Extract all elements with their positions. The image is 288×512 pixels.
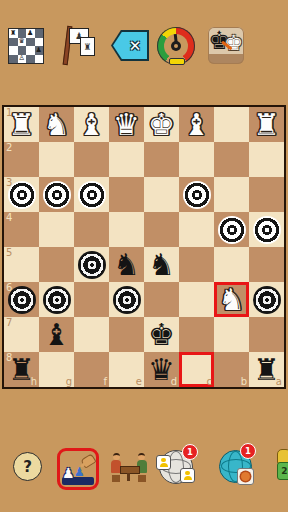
square-b6[interactable]: ♞ xyxy=(214,282,249,317)
square-b5[interactable] xyxy=(214,247,249,282)
mascot-icon xyxy=(241,472,250,481)
square-c8[interactable]: c xyxy=(179,352,214,387)
stool xyxy=(112,475,120,482)
mini-board-cell: ♟ xyxy=(35,46,44,55)
square-e6[interactable] xyxy=(109,282,144,317)
hand-icon xyxy=(80,453,96,468)
mini-board-cell: ♟ xyxy=(26,29,35,38)
square-h6[interactable]: 6 xyxy=(4,282,39,317)
square-d7[interactable]: ♚ xyxy=(144,317,179,352)
black-ma-knight-e5[interactable]: ♞ xyxy=(109,247,144,282)
square-a1[interactable]: ♜ xyxy=(249,107,284,142)
player-head-icon xyxy=(138,453,145,460)
square-c2[interactable] xyxy=(179,142,214,177)
square-c7[interactable] xyxy=(179,317,214,352)
square-e8[interactable]: e xyxy=(109,352,144,387)
makruk-board: 1♜♞♝♛♚♝♜2345♞♞6♞7♝♚8h♜gfed♛cba♜ xyxy=(4,107,284,387)
file-label-e: e xyxy=(136,376,142,387)
square-g7[interactable]: ♝ xyxy=(39,317,74,352)
square-h1[interactable]: 1♜ xyxy=(4,107,39,142)
flag-piece-sketch: ♜ xyxy=(83,42,91,52)
rank-label-2: 2 xyxy=(6,142,12,153)
player-head-icon xyxy=(113,453,120,460)
white-khon-bishop-f1[interactable]: ♝ xyxy=(74,107,109,142)
white-bia-pawn-h3[interactable] xyxy=(8,181,36,209)
notification-badge: 1 xyxy=(182,444,198,460)
square-h8[interactable]: 8h♜ xyxy=(4,352,39,387)
notification-badge: 1 xyxy=(240,443,256,459)
square-h4[interactable]: 4 xyxy=(4,212,39,247)
mini-board-cell xyxy=(9,55,18,64)
mini-board-cell xyxy=(35,38,44,47)
white-ma-knight-b6[interactable]: ♞ xyxy=(214,282,249,317)
square-d4[interactable] xyxy=(144,212,179,247)
square-b3[interactable] xyxy=(214,177,249,212)
mini-board-cell xyxy=(9,38,18,47)
square-h7[interactable]: 7 xyxy=(4,317,39,352)
more-modes-button-partial[interactable]: 2 xyxy=(277,449,288,485)
square-g5[interactable] xyxy=(39,247,74,282)
square-g3[interactable] xyxy=(39,177,74,212)
file-label-f: f xyxy=(103,376,107,387)
resign-button[interactable]: ♟ ♜ xyxy=(58,25,96,65)
square-f2[interactable] xyxy=(74,142,109,177)
white-bia-pawn-b4[interactable] xyxy=(218,216,246,244)
mini-board-cell xyxy=(18,29,27,38)
square-e3[interactable] xyxy=(109,177,144,212)
vs-computer-button-selected[interactable]: ♟ ♟ xyxy=(57,448,99,490)
square-e7[interactable] xyxy=(109,317,144,352)
white-ma-knight-g1[interactable]: ♞ xyxy=(39,107,74,142)
square-d3[interactable] xyxy=(144,177,179,212)
white-bia-pawn-f3[interactable] xyxy=(78,181,106,209)
black-bia-pawn-e6[interactable] xyxy=(113,286,141,314)
square-a4[interactable] xyxy=(249,212,284,247)
square-c3[interactable] xyxy=(179,177,214,212)
square-g6[interactable] xyxy=(39,282,74,317)
gauge-base xyxy=(169,58,185,65)
rank-label-7: 7 xyxy=(6,317,12,328)
square-b4[interactable] xyxy=(214,212,249,247)
two-players-button[interactable] xyxy=(109,451,149,483)
user-icon xyxy=(180,468,195,483)
square-h5[interactable]: 5 xyxy=(4,247,39,282)
square-g2[interactable] xyxy=(39,142,74,177)
online-world-button[interactable]: 1 xyxy=(219,450,252,483)
square-c4[interactable] xyxy=(179,212,214,247)
black-bia-pawn-g6[interactable] xyxy=(43,286,71,314)
rank-label-5: 5 xyxy=(6,247,12,258)
white-rua-rook-a1[interactable]: ♜ xyxy=(249,107,284,142)
square-f6[interactable] xyxy=(74,282,109,317)
x-icon: ✕ xyxy=(121,30,149,61)
help-button[interactable]: ? xyxy=(13,452,42,481)
mini-board-cell xyxy=(26,46,35,55)
square-a2[interactable] xyxy=(249,142,284,177)
white-met-queen-e1[interactable]: ♛ xyxy=(109,107,144,142)
square-f8[interactable]: f xyxy=(74,352,109,387)
square-b2[interactable] xyxy=(214,142,249,177)
makruk-app-screen: { "app": { "background": "#c8985e", "nam… xyxy=(0,0,288,512)
mini-board-cell: ♙ xyxy=(18,55,27,64)
square-c5[interactable] xyxy=(179,247,214,282)
white-rua-rook-h1[interactable]: ♜ xyxy=(4,107,39,142)
square-f4[interactable] xyxy=(74,212,109,247)
board-setup-button[interactable]: ♜♟♛♟♙ xyxy=(8,28,44,64)
undo-button[interactable]: ✕ xyxy=(111,30,149,61)
square-d1[interactable]: ♚ xyxy=(144,107,179,142)
square-d5[interactable]: ♞ xyxy=(144,247,179,282)
square-a3[interactable] xyxy=(249,177,284,212)
sides-button[interactable]: ♚ ♚ xyxy=(208,27,244,64)
rank-label-4: 4 xyxy=(6,212,12,223)
white-bia-pawn-a4[interactable] xyxy=(253,216,281,244)
difficulty-button[interactable] xyxy=(157,27,195,65)
green-count-badge: 2 xyxy=(277,462,288,480)
square-f5[interactable] xyxy=(74,247,109,282)
mini-board-cell xyxy=(35,29,44,38)
square-h2[interactable]: 2 xyxy=(4,142,39,177)
mini-board-cell xyxy=(26,55,35,64)
question-mark-icon: ? xyxy=(23,458,32,476)
square-b8[interactable]: b xyxy=(214,352,249,387)
square-a8[interactable]: a♜ xyxy=(249,352,284,387)
file-label-c: c xyxy=(207,376,213,387)
square-d6[interactable] xyxy=(144,282,179,317)
white-pawn-icon: ♟ xyxy=(62,466,75,480)
square-c1[interactable]: ♝ xyxy=(179,107,214,142)
black-ma-knight-d5[interactable]: ♞ xyxy=(144,247,179,282)
square-c6[interactable] xyxy=(179,282,214,317)
square-f1[interactable]: ♝ xyxy=(74,107,109,142)
black-met-queen-d8[interactable]: ♛ xyxy=(144,352,179,387)
white-khon-bishop-c1[interactable]: ♝ xyxy=(179,107,214,142)
white-flag-icon-2: ♜ xyxy=(80,37,95,56)
square-e4[interactable] xyxy=(109,212,144,247)
user-icon xyxy=(156,455,171,470)
mini-board-cell: ♛ xyxy=(18,38,27,47)
square-d8[interactable]: d♛ xyxy=(144,352,179,387)
black-khun-king-d7[interactable]: ♚ xyxy=(144,317,179,352)
file-label-g: g xyxy=(66,376,72,387)
mini-board-cell xyxy=(26,38,35,47)
square-f7[interactable] xyxy=(74,317,109,352)
square-b1[interactable] xyxy=(214,107,249,142)
square-a5[interactable] xyxy=(249,247,284,282)
square-g4[interactable] xyxy=(39,212,74,247)
board-frame: 1♜♞♝♛♚♝♜2345♞♞6♞7♝♚8h♜gfed♛cba♜ xyxy=(2,105,286,389)
mini-board-cell xyxy=(35,55,44,64)
square-f3[interactable] xyxy=(74,177,109,212)
square-g8[interactable]: g xyxy=(39,352,74,387)
black-khon-bishop-g7[interactable]: ♝ xyxy=(39,317,74,352)
online-friends-button[interactable]: 1 xyxy=(159,450,193,484)
square-e5[interactable]: ♞ xyxy=(109,247,144,282)
gauge-knob xyxy=(171,41,181,51)
black-bia-pawn-f5[interactable] xyxy=(78,251,106,279)
square-d2[interactable] xyxy=(144,142,179,177)
black-bia-pawn-a6[interactable] xyxy=(253,286,281,314)
mini-board-cell xyxy=(18,46,27,55)
square-a6[interactable] xyxy=(249,282,284,317)
black-bia-pawn-h6[interactable] xyxy=(8,286,36,314)
mini-board-cell: ♜ xyxy=(9,29,18,38)
mini-board-cell xyxy=(9,46,18,55)
square-h3[interactable]: 3 xyxy=(4,177,39,212)
square-e2[interactable] xyxy=(109,142,144,177)
white-bia-pawn-g3[interactable] xyxy=(43,181,71,209)
square-g1[interactable]: ♞ xyxy=(39,107,74,142)
stool xyxy=(138,475,146,482)
square-e1[interactable]: ♛ xyxy=(109,107,144,142)
white-bia-pawn-c3[interactable] xyxy=(183,181,211,209)
square-a7[interactable] xyxy=(249,317,284,352)
game-table xyxy=(120,466,140,474)
blue-piece-icon: ♟ xyxy=(74,466,85,478)
white-khun-king-d1[interactable]: ♚ xyxy=(144,107,179,142)
table-leg xyxy=(127,473,130,481)
file-label-b: b xyxy=(241,376,247,387)
square-b7[interactable] xyxy=(214,317,249,352)
black-rua-rook-h8[interactable]: ♜ xyxy=(4,352,39,387)
black-rua-rook-a8[interactable]: ♜ xyxy=(249,352,284,387)
mascot-chip xyxy=(237,468,254,485)
